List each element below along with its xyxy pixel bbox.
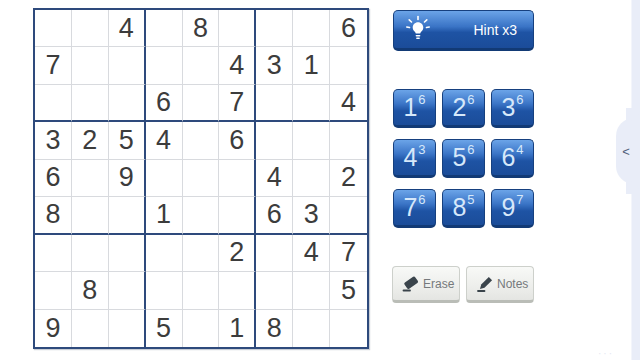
hint-button[interactable]: Hint x3: [393, 10, 534, 51]
cell-r3c3[interactable]: [109, 85, 146, 122]
cell-r4c6[interactable]: 6: [219, 122, 256, 159]
cell-r4c5[interactable]: [183, 122, 220, 159]
numpad-digit: 7: [403, 195, 417, 220]
cell-r7c6[interactable]: 2: [219, 235, 256, 272]
numpad-remaining-count: 4: [516, 143, 523, 156]
pencil-icon: [473, 272, 497, 296]
cell-r2c6[interactable]: 4: [219, 47, 256, 84]
cell-r1c6[interactable]: [219, 10, 256, 47]
number-pad: 162636435664768597: [393, 89, 534, 228]
cell-r6c2[interactable]: [72, 197, 109, 234]
numpad-digit: 3: [501, 95, 515, 120]
cell-r1c1[interactable]: [35, 10, 72, 47]
cell-r5c6[interactable]: [219, 160, 256, 197]
numpad-button-3[interactable]: 36: [491, 89, 534, 128]
cell-r9c6[interactable]: 1: [219, 310, 256, 347]
cell-r6c4[interactable]: 1: [146, 197, 183, 234]
cell-r2c1[interactable]: 7: [35, 47, 72, 84]
cell-r1c8[interactable]: [293, 10, 330, 47]
cell-r8c7[interactable]: [256, 272, 293, 309]
cell-r2c4[interactable]: [146, 47, 183, 84]
cell-r8c9[interactable]: 5: [330, 272, 367, 309]
cell-r7c2[interactable]: [72, 235, 109, 272]
cell-r5c2[interactable]: [72, 160, 109, 197]
cell-r1c2[interactable]: [72, 10, 109, 47]
cell-r7c8[interactable]: 4: [293, 235, 330, 272]
erase-label: Erase: [423, 277, 454, 291]
cell-r2c2[interactable]: [72, 47, 109, 84]
cell-r9c7[interactable]: 8: [256, 310, 293, 347]
cell-r8c3[interactable]: [109, 272, 146, 309]
sudoku-board: 48674316743254669428163247859518: [33, 8, 369, 349]
cell-r3c6[interactable]: 7: [219, 85, 256, 122]
cell-r7c9[interactable]: 7: [330, 235, 367, 272]
cell-r9c8[interactable]: [293, 310, 330, 347]
numpad-remaining-count: 6: [418, 93, 425, 106]
cell-r7c7[interactable]: [256, 235, 293, 272]
cell-r5c9[interactable]: 2: [330, 160, 367, 197]
cell-r4c2[interactable]: 2: [72, 122, 109, 159]
numpad-digit: 4: [403, 145, 417, 170]
cell-r6c9[interactable]: [330, 197, 367, 234]
cell-r2c9[interactable]: [330, 47, 367, 84]
cell-r9c2[interactable]: [72, 310, 109, 347]
numpad-digit: 1: [403, 95, 417, 120]
cell-r9c3[interactable]: [109, 310, 146, 347]
cell-r7c4[interactable]: [146, 235, 183, 272]
numpad-button-4[interactable]: 43: [393, 139, 436, 178]
numpad-remaining-count: 7: [516, 193, 523, 206]
numpad-remaining-count: 6: [418, 193, 425, 206]
cell-r6c6[interactable]: [219, 197, 256, 234]
cell-r7c5[interactable]: [183, 235, 220, 272]
cell-r7c3[interactable]: [109, 235, 146, 272]
cell-r3c8[interactable]: [293, 85, 330, 122]
cell-r9c9[interactable]: [330, 310, 367, 347]
cell-r2c7[interactable]: 3: [256, 47, 293, 84]
hint-label: Hint x3: [473, 22, 517, 38]
cell-r3c2[interactable]: [72, 85, 109, 122]
cell-r5c8[interactable]: [293, 160, 330, 197]
erase-button[interactable]: Erase: [392, 266, 460, 303]
cell-r4c4[interactable]: 4: [146, 122, 183, 159]
numpad-button-7[interactable]: 76: [393, 189, 436, 228]
numpad-button-1[interactable]: 16: [393, 89, 436, 128]
cell-r1c5[interactable]: 8: [183, 10, 220, 47]
cell-r5c4[interactable]: [146, 160, 183, 197]
numpad-button-9[interactable]: 97: [491, 189, 534, 228]
numpad-button-8[interactable]: 85: [442, 189, 485, 228]
lightbulb-icon: [404, 15, 432, 45]
numpad-button-6[interactable]: 64: [491, 139, 534, 178]
numpad-remaining-count: 5: [467, 193, 474, 206]
cell-r2c5[interactable]: [183, 47, 220, 84]
numpad-remaining-count: 6: [467, 93, 474, 106]
cell-r8c8[interactable]: [293, 272, 330, 309]
notes-label: Notes: [497, 277, 528, 291]
cell-r9c5[interactable]: [183, 310, 220, 347]
cell-r3c7[interactable]: [256, 85, 293, 122]
cell-r6c7[interactable]: 6: [256, 197, 293, 234]
cell-r7c1[interactable]: [35, 235, 72, 272]
cell-r5c3[interactable]: 9: [109, 160, 146, 197]
cell-r1c7[interactable]: [256, 10, 293, 47]
cell-r3c5[interactable]: [183, 85, 220, 122]
cell-r5c7[interactable]: 4: [256, 160, 293, 197]
cell-r1c9[interactable]: 6: [330, 10, 367, 47]
numpad-remaining-count: 6: [467, 143, 474, 156]
panel-collapse-tab[interactable]: <: [616, 118, 640, 184]
cell-r4c8[interactable]: [293, 122, 330, 159]
numpad-digit: 5: [452, 145, 466, 170]
cell-r8c4[interactable]: [146, 272, 183, 309]
numpad-digit: 9: [501, 195, 515, 220]
numpad-digit: 2: [452, 95, 466, 120]
numpad-remaining-count: 6: [516, 93, 523, 106]
cell-r6c5[interactable]: [183, 197, 220, 234]
eraser-icon: [399, 272, 423, 296]
cell-r9c1[interactable]: 9: [35, 310, 72, 347]
numpad-digit: 8: [452, 195, 466, 220]
cell-r2c3[interactable]: [109, 47, 146, 84]
cell-r1c4[interactable]: [146, 10, 183, 47]
cell-r3c9[interactable]: 4: [330, 85, 367, 122]
numpad-remaining-count: 3: [418, 143, 425, 156]
cell-r3c1[interactable]: [35, 85, 72, 122]
numpad-button-2[interactable]: 26: [442, 89, 485, 128]
cell-r6c8[interactable]: 3: [293, 197, 330, 234]
cell-r8c2[interactable]: 8: [72, 272, 109, 309]
cell-r1c3[interactable]: 4: [109, 10, 146, 47]
cell-r2c8[interactable]: 1: [293, 47, 330, 84]
cell-r6c1[interactable]: 8: [35, 197, 72, 234]
cell-r8c1[interactable]: [35, 272, 72, 309]
cell-r4c1[interactable]: 3: [35, 122, 72, 159]
cell-r4c3[interactable]: 5: [109, 122, 146, 159]
cell-r5c5[interactable]: [183, 160, 220, 197]
faint-ellipsis: ···: [598, 348, 614, 359]
cell-r4c7[interactable]: [256, 122, 293, 159]
cell-r8c5[interactable]: [183, 272, 220, 309]
chevron-left-icon: <: [622, 145, 630, 158]
numpad-digit: 6: [501, 145, 515, 170]
cell-r5c1[interactable]: 6: [35, 160, 72, 197]
notes-button[interactable]: Notes: [466, 266, 534, 303]
cell-r9c4[interactable]: 5: [146, 310, 183, 347]
cell-r4c9[interactable]: [330, 122, 367, 159]
cell-r8c6[interactable]: [219, 272, 256, 309]
cell-r6c3[interactable]: [109, 197, 146, 234]
numpad-button-5[interactable]: 56: [442, 139, 485, 178]
cell-r3c4[interactable]: 6: [146, 85, 183, 122]
